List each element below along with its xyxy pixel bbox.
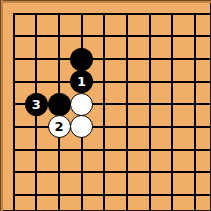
stone-black-move-1: 1 <box>70 70 93 93</box>
stones-layer: 132 <box>0 0 211 211</box>
stone-move-number: 2 <box>54 120 63 133</box>
stone-white <box>70 115 93 138</box>
stone-black-move-3: 3 <box>25 93 48 116</box>
stone-white-move-2: 2 <box>48 115 71 138</box>
stone-move-number: 1 <box>77 75 86 88</box>
stone-black <box>48 93 71 116</box>
go-board-diagram: 132 <box>0 0 211 211</box>
stone-move-number: 3 <box>32 98 41 111</box>
stone-black <box>70 48 93 71</box>
stone-white <box>70 93 93 116</box>
